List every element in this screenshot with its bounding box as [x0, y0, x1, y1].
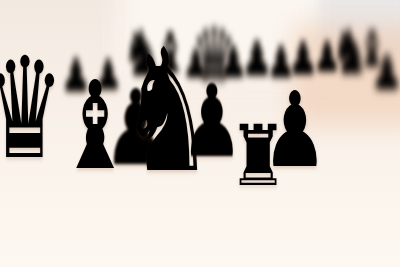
foreground-pieces-layer: ♛♝♟♞♟♜♟ [0, 0, 400, 267]
chess-photo-scene: ♟♟♞♝♟♛♟♟♟♟♟♞♝♟ ♛♝♟♞♟♜♟ [0, 0, 400, 267]
white-pawn-glyph: ♟ [262, 69, 327, 191]
white-queen-glyph: ♛ [0, 27, 64, 190]
